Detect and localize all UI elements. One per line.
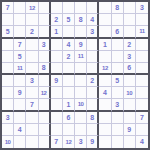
cell-r6c7-given[interactable]: 2: [87, 75, 99, 87]
cell-r10c1-given[interactable]: 4: [14, 124, 26, 136]
cell-r5c1-given[interactable]: 11: [14, 63, 26, 75]
cell-r7c10-given[interactable]: 10: [124, 87, 136, 99]
cell-r4c7[interactable]: [87, 51, 99, 63]
cell-r0c1[interactable]: [14, 2, 26, 14]
cell-r7c7[interactable]: [87, 87, 99, 99]
cell-r7c0[interactable]: [2, 87, 14, 99]
cell-r7c8-given[interactable]: 4: [99, 87, 111, 99]
cell-r10c10-given[interactable]: 9: [124, 124, 136, 136]
cell-r2c5[interactable]: [63, 26, 75, 38]
cell-r7c4[interactable]: [51, 87, 63, 99]
cell-r10c9[interactable]: [112, 124, 124, 136]
cell-r1c11[interactable]: [136, 14, 148, 26]
cell-r2c11-given[interactable]: 11: [136, 26, 148, 38]
cell-r3c4[interactable]: [51, 39, 63, 51]
cell-r5c4[interactable]: [51, 63, 63, 75]
cell-r8c1[interactable]: [14, 99, 26, 111]
cell-r0c3[interactable]: [39, 2, 51, 14]
cell-r8c7[interactable]: [87, 99, 99, 111]
cell-r9c2[interactable]: [26, 112, 38, 124]
cell-r2c2-given[interactable]: 2: [26, 26, 38, 38]
cell-r8c6-given[interactable]: 10: [75, 99, 87, 111]
cell-r10c7[interactable]: [87, 124, 99, 136]
cell-r9c3[interactable]: [39, 112, 51, 124]
cell-r0c5[interactable]: [63, 2, 75, 14]
cell-r8c4[interactable]: [51, 99, 63, 111]
cell-r0c2-given[interactable]: 12: [26, 2, 38, 14]
cell-r11c0-given[interactable]: 10: [2, 136, 14, 148]
cell-r0c6[interactable]: [75, 2, 87, 14]
cell-r6c2-given[interactable]: 3: [26, 75, 38, 87]
cell-r10c8[interactable]: [99, 124, 111, 136]
cell-r5c7[interactable]: [87, 63, 99, 75]
cell-r3c11[interactable]: [136, 39, 148, 51]
cell-r5c3-given[interactable]: 8: [39, 63, 51, 75]
cell-r4c5-given[interactable]: 2: [63, 51, 75, 63]
cell-r3c2[interactable]: [26, 39, 38, 51]
cell-r0c7[interactable]: [87, 2, 99, 14]
cell-r4c2[interactable]: [26, 51, 38, 63]
cell-r0c11-given[interactable]: 3: [136, 2, 148, 14]
cell-r11c8[interactable]: [99, 136, 111, 148]
cell-r6c3[interactable]: [39, 75, 51, 87]
cell-r7c1-given[interactable]: 9: [14, 87, 26, 99]
cell-r4c1-given[interactable]: 5: [14, 51, 26, 63]
cell-r6c4-given[interactable]: 9: [51, 75, 63, 87]
cell-r6c6[interactable]: [75, 75, 87, 87]
cell-r8c9-given[interactable]: 3: [112, 99, 124, 111]
cell-r11c5-given[interactable]: 12: [63, 136, 75, 148]
cell-r8c8[interactable]: [99, 99, 111, 111]
cell-r1c4-given[interactable]: 2: [51, 14, 63, 26]
cell-r3c10-given[interactable]: 2: [124, 39, 136, 51]
cell-r8c10[interactable]: [124, 99, 136, 111]
cell-r8c3[interactable]: [39, 99, 51, 111]
cell-r7c11[interactable]: [136, 87, 148, 99]
cell-r9c4[interactable]: [51, 112, 63, 124]
cell-r4c8[interactable]: [99, 51, 111, 63]
cell-r8c0[interactable]: [2, 99, 14, 111]
cell-r10c6[interactable]: [75, 124, 87, 136]
cell-r6c1[interactable]: [14, 75, 26, 87]
cell-r11c7-given[interactable]: 9: [87, 136, 99, 148]
cell-r5c9[interactable]: [112, 63, 124, 75]
cell-r4c6-given[interactable]: 11: [75, 51, 87, 63]
cell-r7c5[interactable]: [63, 87, 75, 99]
cell-r10c3[interactable]: [39, 124, 51, 136]
cell-r4c10-given[interactable]: 3: [124, 51, 136, 63]
cell-r2c7-given[interactable]: 3: [87, 26, 99, 38]
cell-r10c0[interactable]: [2, 124, 14, 136]
cell-r4c3[interactable]: [39, 51, 51, 63]
cell-r11c9[interactable]: [112, 136, 124, 148]
cell-r5c2[interactable]: [26, 63, 38, 75]
cell-r9c6[interactable]: [75, 112, 87, 124]
cell-r4c0[interactable]: [2, 51, 14, 63]
cell-r6c9-given[interactable]: 5: [112, 75, 124, 87]
cell-r3c8-given[interactable]: 1: [99, 39, 111, 51]
cell-r3c9[interactable]: [112, 39, 124, 51]
cell-r0c9-given[interactable]: 8: [112, 2, 124, 14]
cell-r1c0[interactable]: [2, 14, 14, 26]
cell-r5c0[interactable]: [2, 63, 14, 75]
cell-r9c8[interactable]: [99, 112, 111, 124]
cell-r0c0-given[interactable]: 7: [2, 2, 14, 14]
cell-r6c8[interactable]: [99, 75, 111, 87]
cell-r3c0[interactable]: [2, 39, 14, 51]
cell-r4c4[interactable]: [51, 51, 63, 63]
cell-r5c10-given[interactable]: 6: [124, 63, 136, 75]
cell-r7c9[interactable]: [112, 87, 124, 99]
cell-r6c5[interactable]: [63, 75, 75, 87]
cell-r1c1[interactable]: [14, 14, 26, 26]
cell-r5c6[interactable]: [75, 63, 87, 75]
cell-r2c3[interactable]: [39, 26, 51, 38]
cell-r11c3[interactable]: [39, 136, 51, 148]
cell-r11c6-given[interactable]: 3: [75, 136, 87, 148]
cell-r1c5-given[interactable]: 5: [63, 14, 75, 26]
cell-r1c8[interactable]: [99, 14, 111, 26]
cell-r3c1-given[interactable]: 7: [14, 39, 26, 51]
cell-r5c8-given[interactable]: 12: [99, 63, 111, 75]
cell-r7c6[interactable]: [75, 87, 87, 99]
cell-r11c1[interactable]: [14, 136, 26, 148]
cell-r5c11[interactable]: [136, 63, 148, 75]
cell-r11c10[interactable]: [124, 136, 136, 148]
cell-r1c3[interactable]: [39, 14, 51, 26]
cell-r7c3-given[interactable]: 12: [39, 87, 51, 99]
cell-r10c11[interactable]: [136, 124, 148, 136]
cell-r2c6[interactable]: [75, 26, 87, 38]
cell-r9c5-given[interactable]: 6: [63, 112, 75, 124]
cell-r0c8[interactable]: [99, 2, 111, 14]
cell-r2c8[interactable]: [99, 26, 111, 38]
cell-r10c4[interactable]: [51, 124, 63, 136]
cell-r3c6-given[interactable]: 9: [75, 39, 87, 51]
sudoku-page: 7128325845213611734912521131181263925912…: [0, 0, 150, 150]
cell-r6c10[interactable]: [124, 75, 136, 87]
cell-r7c2[interactable]: [26, 87, 38, 99]
cell-r2c9-given[interactable]: 6: [112, 26, 124, 38]
cell-r3c3-given[interactable]: 3: [39, 39, 51, 51]
cell-r1c2[interactable]: [26, 14, 38, 26]
cell-r9c11-given[interactable]: 7: [136, 112, 148, 124]
cell-r1c7-given[interactable]: 4: [87, 14, 99, 26]
cell-r8c11[interactable]: [136, 99, 148, 111]
cell-r9c9[interactable]: [112, 112, 124, 124]
cell-r9c0-given[interactable]: 3: [2, 112, 14, 124]
cell-r3c5-given[interactable]: 4: [63, 39, 75, 51]
cell-r11c4-given[interactable]: 7: [51, 136, 63, 148]
cell-r11c11-given[interactable]: 4: [136, 136, 148, 148]
cell-r6c0[interactable]: [2, 75, 14, 87]
cell-r9c1[interactable]: [14, 112, 26, 124]
cell-r2c0-given[interactable]: 5: [2, 26, 14, 38]
cell-r4c11[interactable]: [136, 51, 148, 63]
cell-r0c4[interactable]: [51, 2, 63, 14]
cell-r3c7[interactable]: [87, 39, 99, 51]
cell-r10c5[interactable]: [63, 124, 75, 136]
cell-r8c5-given[interactable]: 1: [63, 99, 75, 111]
cell-r10c2[interactable]: [26, 124, 38, 136]
cell-r2c10[interactable]: [124, 26, 136, 38]
cell-r8c2-given[interactable]: 7: [26, 99, 38, 111]
cell-r1c10[interactable]: [124, 14, 136, 26]
cell-r1c9[interactable]: [112, 14, 124, 26]
cell-r11c2[interactable]: [26, 136, 38, 148]
cell-r6c11[interactable]: [136, 75, 148, 87]
cell-r5c5[interactable]: [63, 63, 75, 75]
sudoku-board: 7128325845213611734912521131181263925912…: [0, 0, 150, 150]
cell-r2c1[interactable]: [14, 26, 26, 38]
cell-r0c10[interactable]: [124, 2, 136, 14]
cell-r2c4-given[interactable]: 1: [51, 26, 63, 38]
cell-r9c10[interactable]: [124, 112, 136, 124]
cell-r4c9[interactable]: [112, 51, 124, 63]
cell-r1c6-given[interactable]: 8: [75, 14, 87, 26]
cell-r9c7-given[interactable]: 8: [87, 112, 99, 124]
